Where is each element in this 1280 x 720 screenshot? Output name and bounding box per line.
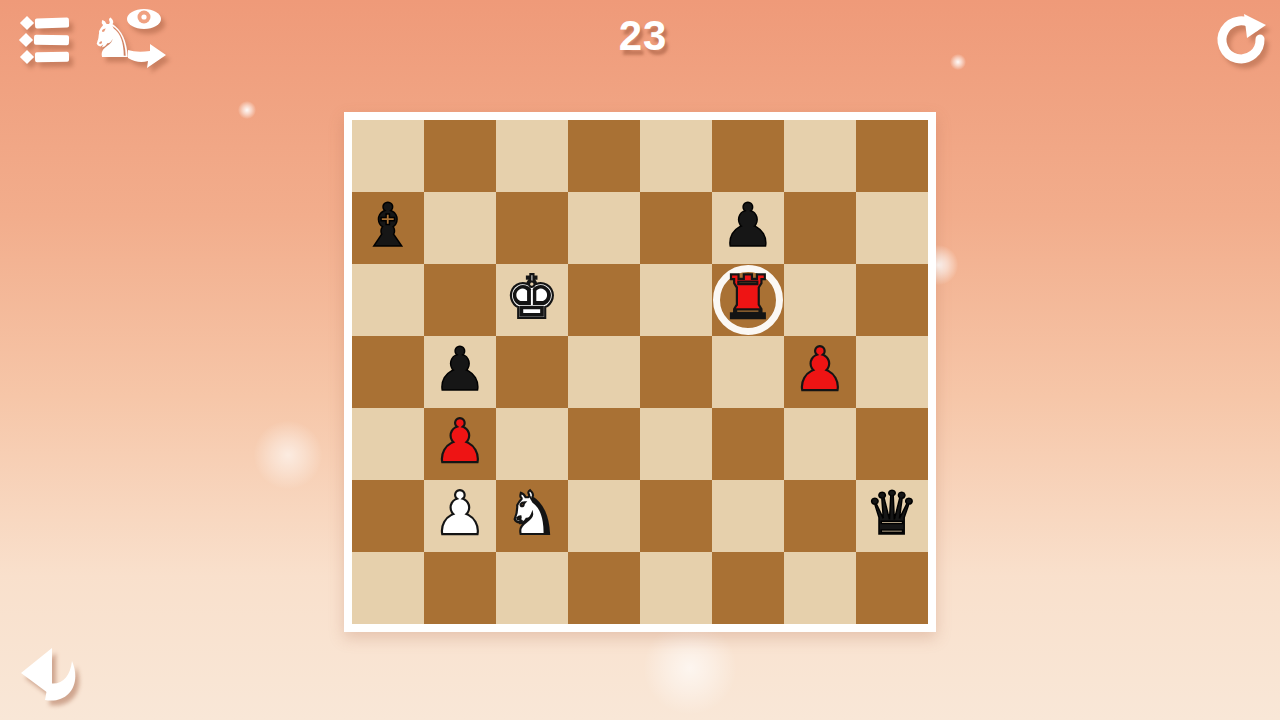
- square-r2c7[interactable]: [856, 264, 928, 336]
- square-r6c1[interactable]: [424, 552, 496, 624]
- square-r4c0[interactable]: [352, 408, 424, 480]
- square-r3c5[interactable]: [712, 336, 784, 408]
- black-pawn: ♟: [433, 339, 487, 399]
- square-r6c3[interactable]: [568, 552, 640, 624]
- bokeh-dot: [238, 101, 256, 119]
- square-r0c5[interactable]: [712, 120, 784, 192]
- square-r4c1[interactable]: ♟: [424, 408, 496, 480]
- square-r1c4[interactable]: [640, 192, 712, 264]
- square-r0c2[interactable]: [496, 120, 568, 192]
- square-r1c5[interactable]: ♟: [712, 192, 784, 264]
- square-r5c5[interactable]: [712, 480, 784, 552]
- level-counter: 23: [560, 12, 726, 60]
- white-knight: ♞: [505, 483, 559, 543]
- black-pawn: ♟: [721, 195, 775, 255]
- square-r4c3[interactable]: [568, 408, 640, 480]
- red-rook: ♜: [721, 267, 775, 327]
- bokeh-dot: [950, 54, 966, 70]
- square-r2c4[interactable]: [640, 264, 712, 336]
- square-r6c6[interactable]: [784, 552, 856, 624]
- square-r2c2[interactable]: ♚: [496, 264, 568, 336]
- square-r0c3[interactable]: [568, 120, 640, 192]
- square-r1c3[interactable]: [568, 192, 640, 264]
- chess-board-frame: ♝♟♚♜♟♟♟♟♞♛: [344, 112, 936, 632]
- square-r3c2[interactable]: [496, 336, 568, 408]
- undo-arrow-icon: [18, 695, 80, 710]
- square-r6c4[interactable]: [640, 552, 712, 624]
- square-r6c2[interactable]: [496, 552, 568, 624]
- square-r2c0[interactable]: [352, 264, 424, 336]
- square-r4c6[interactable]: [784, 408, 856, 480]
- square-r5c0[interactable]: [352, 480, 424, 552]
- square-r3c1[interactable]: ♟: [424, 336, 496, 408]
- square-r1c6[interactable]: [784, 192, 856, 264]
- square-r4c7[interactable]: [856, 408, 928, 480]
- refresh-icon: [1214, 54, 1268, 69]
- square-r5c7[interactable]: ♛: [856, 480, 928, 552]
- square-r0c6[interactable]: [784, 120, 856, 192]
- square-r0c4[interactable]: [640, 120, 712, 192]
- white-king: ♚: [505, 267, 559, 327]
- red-pawn: ♟: [793, 339, 847, 399]
- white-pawn: ♟: [433, 483, 487, 543]
- square-r1c0[interactable]: ♝: [352, 192, 424, 264]
- black-bishop: ♝: [361, 195, 415, 255]
- square-r5c4[interactable]: [640, 480, 712, 552]
- square-r3c6[interactable]: ♟: [784, 336, 856, 408]
- square-r1c2[interactable]: [496, 192, 568, 264]
- knight-eye-arrow-icon: ♞: [88, 8, 166, 72]
- square-r5c3[interactable]: [568, 480, 640, 552]
- square-r4c2[interactable]: [496, 408, 568, 480]
- square-r3c4[interactable]: [640, 336, 712, 408]
- square-r2c5[interactable]: ♜: [712, 264, 784, 336]
- square-r3c3[interactable]: [568, 336, 640, 408]
- square-r5c2[interactable]: ♞: [496, 480, 568, 552]
- square-r1c1[interactable]: [424, 192, 496, 264]
- square-r6c5[interactable]: [712, 552, 784, 624]
- restart-button[interactable]: [1214, 12, 1268, 66]
- menu-button[interactable]: [18, 15, 72, 67]
- square-r0c0[interactable]: [352, 120, 424, 192]
- black-queen: ♛: [865, 483, 919, 543]
- square-r2c3[interactable]: [568, 264, 640, 336]
- bokeh-dot: [644, 622, 736, 714]
- square-r1c7[interactable]: [856, 192, 928, 264]
- red-pawn: ♟: [433, 411, 487, 471]
- chess-board: ♝♟♚♜♟♟♟♟♞♛: [352, 120, 928, 624]
- square-r6c7[interactable]: [856, 552, 928, 624]
- square-r2c1[interactable]: [424, 264, 496, 336]
- square-r0c7[interactable]: [856, 120, 928, 192]
- square-r5c1[interactable]: ♟: [424, 480, 496, 552]
- undo-button[interactable]: [18, 645, 80, 707]
- square-r4c4[interactable]: [640, 408, 712, 480]
- list-menu-icon: [18, 55, 72, 70]
- square-r3c7[interactable]: [856, 336, 928, 408]
- bokeh-dot: [254, 421, 322, 489]
- square-r3c0[interactable]: [352, 336, 424, 408]
- game-screen: ♞ 23 ♝♟♚♜♟♟♟♟♞♛: [0, 0, 1280, 720]
- hint-button[interactable]: ♞: [88, 8, 166, 72]
- square-r4c5[interactable]: [712, 408, 784, 480]
- square-r6c0[interactable]: [352, 552, 424, 624]
- square-r5c6[interactable]: [784, 480, 856, 552]
- square-r0c1[interactable]: [424, 120, 496, 192]
- square-r2c6[interactable]: [784, 264, 856, 336]
